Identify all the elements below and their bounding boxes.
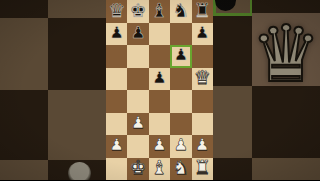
square-d1[interactable] [106, 158, 127, 181]
square-e6[interactable] [127, 45, 148, 68]
piece-white-pawn: ♟ [195, 137, 209, 153]
background-board-square [0, 18, 48, 90]
square-h2[interactable]: ♟ [192, 135, 213, 158]
chess-board: ♛♚♝♞♜♟♟♟♟♟♛♟♟♟♟♟♚♝♞♜ [106, 0, 213, 180]
square-e4[interactable] [127, 90, 148, 113]
background-board-square [252, 158, 320, 180]
square-e5[interactable] [127, 68, 148, 91]
square-f8[interactable]: ♝ [149, 0, 170, 23]
piece-white-queen: ♛ [194, 68, 211, 87]
square-h6[interactable] [192, 45, 213, 68]
piece-white-pawn: ♟ [174, 137, 188, 153]
background-board-square [213, 13, 252, 86]
piece-white-bishop: ♝ [151, 158, 168, 177]
square-e1[interactable]: ♚ [127, 158, 148, 181]
background-board-square [213, 158, 252, 180]
square-f7[interactable] [149, 23, 170, 46]
square-f6[interactable] [149, 45, 170, 68]
square-f1[interactable]: ♝ [149, 158, 170, 181]
square-d5[interactable] [106, 68, 127, 91]
square-h7[interactable]: ♟ [192, 23, 213, 46]
background-board-square [0, 90, 48, 160]
square-d7[interactable]: ♟ [106, 23, 127, 46]
background-board-square [48, 0, 106, 18]
background-board-square [0, 160, 48, 180]
square-d2[interactable]: ♟ [106, 135, 127, 158]
background-enlarged-white-queen-icon: ♛ [248, 10, 320, 94]
piece-black-bishop: ♝ [151, 1, 168, 20]
piece-white-king: ♚ [130, 158, 147, 177]
square-d4[interactable] [106, 90, 127, 113]
square-g6[interactable]: ♟ [170, 45, 191, 68]
square-h4[interactable] [192, 90, 213, 113]
piece-white-knight: ♞ [172, 158, 189, 177]
piece-black-pawn: ♟ [174, 47, 188, 63]
square-g1[interactable]: ♞ [170, 158, 191, 181]
square-f4[interactable] [149, 90, 170, 113]
piece-black-pawn: ♟ [110, 25, 124, 41]
square-g8[interactable]: ♞ [170, 0, 191, 23]
square-g5[interactable] [170, 68, 191, 91]
square-e8[interactable]: ♚ [127, 0, 148, 23]
square-g4[interactable] [170, 90, 191, 113]
piece-white-rook: ♜ [194, 158, 211, 177]
piece-black-king: ♚ [130, 1, 147, 20]
piece-white-pawn: ♟ [131, 115, 145, 131]
square-e7[interactable]: ♟ [127, 23, 148, 46]
piece-black-knight: ♞ [172, 1, 189, 20]
square-f5[interactable]: ♟ [149, 68, 170, 91]
background-board-square [0, 0, 48, 18]
square-f3[interactable] [149, 113, 170, 136]
square-g2[interactable]: ♟ [170, 135, 191, 158]
square-d6[interactable] [106, 45, 127, 68]
piece-white-pawn: ♟ [110, 137, 124, 153]
square-h1[interactable]: ♜ [192, 158, 213, 181]
background-enlarged-white-pawn-icon [68, 162, 91, 180]
piece-white-pawn: ♟ [152, 137, 166, 153]
piece-black-pawn: ♟ [131, 25, 145, 41]
background-board-square [48, 90, 106, 160]
square-h3[interactable] [192, 113, 213, 136]
square-e3[interactable]: ♟ [127, 113, 148, 136]
video-frame: ♛♛♚♝♞♜♟♟♟♟♟♛♟♟♟♟♟♚♝♞♜ [0, 0, 320, 180]
background-board-square [48, 18, 106, 90]
piece-black-pawn: ♟ [195, 25, 209, 41]
square-g3[interactable] [170, 113, 191, 136]
square-d3[interactable] [106, 113, 127, 136]
square-d8[interactable]: ♛ [106, 0, 127, 23]
square-f2[interactable]: ♟ [149, 135, 170, 158]
square-e2[interactable] [127, 135, 148, 158]
background-board-square [213, 86, 252, 158]
background-highlight-border-fragment [213, 13, 252, 16]
square-g7[interactable] [170, 23, 191, 46]
piece-black-rook: ♜ [194, 1, 211, 20]
piece-black-pawn: ♟ [152, 70, 166, 86]
square-h5[interactable]: ♛ [192, 68, 213, 91]
piece-black-queen: ♛ [108, 1, 125, 20]
square-h8[interactable]: ♜ [192, 0, 213, 23]
